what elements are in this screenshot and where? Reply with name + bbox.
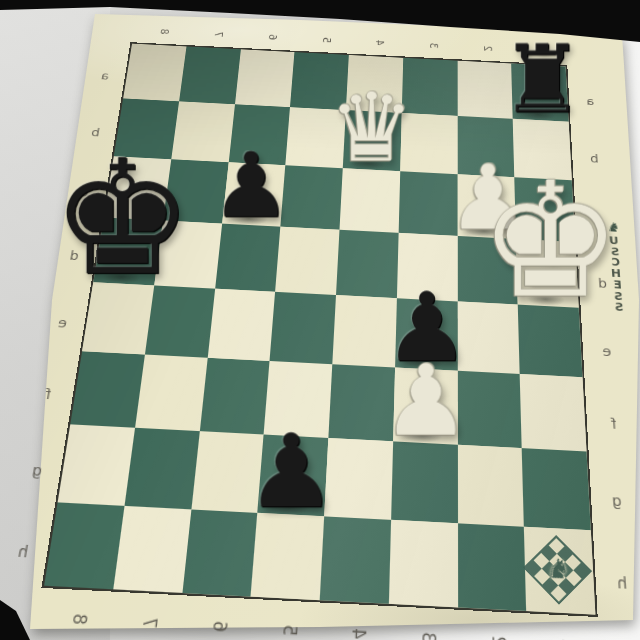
coordinate-glyph: c [80,185,90,199]
us-chess-knight-icon: ♞ [606,221,620,234]
num-bottom-label-3: 3 [423,627,434,640]
square-d7 [154,221,222,289]
coordinate-glyph: 7 [212,31,226,38]
coordinate-glyph: 3 [427,42,440,49]
num-bottom-label-8: 8 [72,608,86,630]
square-f5 [264,361,332,438]
let-left-label-d: d [69,248,80,262]
square-h8 [44,502,124,589]
square-e1 [518,305,582,378]
square-e5 [270,292,336,364]
square-a6 [235,49,295,107]
square-g6 [191,431,264,513]
num-top-label-4: 4 [376,37,384,48]
square-h3 [389,520,458,608]
num-top-label-5: 5 [322,35,330,46]
square-c3 [398,171,457,236]
coordinate-glyph: 5 [319,37,333,44]
let-left-label-h: h [17,542,30,560]
square-g8 [58,424,135,506]
num-top-label-6: 6 [268,32,276,43]
coordinate-glyph: 8 [158,28,172,35]
us-chess-letter: U [609,235,620,246]
let-right-label-b: b [590,152,599,165]
num-bottom-label-4: 4 [352,623,364,640]
coordinate-glyph: a [586,95,595,107]
square-h4 [320,516,391,603]
square-f2 [457,371,522,448]
num-bottom-label-6: 6 [212,616,225,638]
num-top-label-1: 1 [538,46,546,57]
num-top-label-7: 7 [214,29,223,40]
square-a8 [123,44,186,102]
us-chess-side-text: USCHESS [609,235,624,313]
square-f6 [199,358,269,435]
square-f3: ♟ [393,368,458,445]
square-a1: ♜ [511,64,568,122]
piece-shadow [465,224,503,239]
square-b2 [457,116,514,177]
let-right-label-e: e [602,343,612,358]
square-f1 [520,374,587,451]
let-right-label-f: f [611,415,617,431]
square-d6 [215,224,281,292]
square-d1: ♚ [516,239,578,308]
square-d5 [275,227,339,295]
square-h2 [457,523,526,611]
piece-shadow [525,292,564,307]
let-right-label-c: c [595,212,603,226]
board-scene: ♜♛♟♟♚♚♟♟♟♞ ♞ USCHESS 8765432187654321abc… [0,0,640,640]
us-chess-letter: C [610,257,621,269]
coordinate-glyph: 1 [535,48,549,55]
coordinate-glyph: h [617,573,628,592]
coordinate-glyph: f [44,386,52,402]
let-left-label-b: b [90,126,100,139]
let-left-label-a: a [100,69,110,81]
coordinate-glyph: f [611,415,617,431]
square-h1: ♞ [524,527,595,615]
coordinate-glyph: 5 [278,624,299,636]
square-d4 [336,230,398,298]
us-chess-letter: H [611,268,622,280]
black-rook-a1: ♜ [500,41,584,116]
us-chess-letter: S [613,290,624,302]
coordinate-glyph: d [69,248,80,262]
let-left-label-f: f [44,386,52,402]
coordinate-glyph: g [611,491,622,508]
let-right-label-g: g [611,491,622,508]
square-g2 [457,445,524,527]
coordinate-glyph: a [100,69,110,81]
square-b1 [513,119,572,180]
square-g4 [324,438,393,520]
square-e2 [457,301,520,374]
us-chess-knight-diamond-logo-icon: ♞ [522,534,591,604]
piece-shadow [101,269,142,284]
square-b3 [400,113,457,174]
coordinate-glyph: c [595,212,603,226]
board-grid: ♜♛♟♟♚♚♟♟♟♞ [44,44,595,615]
square-e8 [82,282,154,354]
square-g1 [522,448,591,530]
coordinate-glyph: 4 [348,628,369,640]
square-g7 [124,428,199,510]
square-b8 [114,98,179,159]
us-chess-letter: E [612,279,623,291]
square-b4: ♛ [343,110,402,171]
square-c2: ♟ [457,174,516,239]
coordinate-glyph: 8 [68,613,90,625]
square-c7 [163,159,229,223]
coordinate-glyph: 4 [373,40,387,47]
num-top-label-2: 2 [484,43,492,54]
coordinate-glyph: e [57,315,68,330]
let-left-label-e: e [57,315,68,330]
square-b7 [171,101,234,162]
us-chess-branding: ♞ USCHESS [606,221,626,314]
square-c1 [515,177,576,242]
coordinate-glyph: 2 [481,45,494,52]
square-a3 [402,58,458,116]
num-bottom-label-7: 7 [142,612,155,634]
chess-board: ♜♛♟♟♚♚♟♟♟♞ ♞ USCHESS 8765432187654321abc… [44,44,595,615]
coordinate-glyph: h [17,542,30,560]
square-d8: ♚ [93,217,162,285]
coordinate-glyph: b [590,152,599,165]
square-h7 [113,506,191,593]
square-e6 [207,289,275,361]
square-g3 [391,441,458,523]
square-e7 [145,285,215,357]
let-right-label-a: a [586,95,595,107]
num-top-label-8: 8 [160,26,169,37]
square-b5 [286,107,346,168]
square-g5: ♟ [258,434,329,516]
square-d2 [457,236,518,305]
let-right-label-d: d [598,276,608,291]
coordinate-glyph: b [90,126,100,139]
coordinate-glyph: 3 [418,631,439,640]
square-a5 [290,52,349,110]
square-c6: ♟ [222,162,286,226]
let-right-label-h: h [617,573,628,592]
square-e3: ♟ [395,298,458,371]
us-chess-letter: S [609,246,620,257]
square-e4 [332,295,396,368]
square-a2 [457,61,513,119]
square-b6 [228,104,290,165]
let-left-label-c: c [80,185,90,199]
square-c4 [339,168,400,233]
num-top-label-3: 3 [430,40,437,51]
square-f7 [135,354,207,431]
square-h6 [182,509,258,596]
coordinate-glyph: 6 [208,620,230,632]
square-f4 [328,364,394,441]
square-c8 [104,156,171,220]
piece-shadow [403,354,443,370]
num-bottom-label-1: 1 [562,634,574,640]
coordinate-glyph: e [602,343,612,358]
us-chess-letter: S [613,302,624,314]
coordinate-glyph: d [598,276,608,291]
coordinate-glyph: 2 [487,635,508,640]
coordinate-glyph: 6 [266,34,280,41]
coordinate-glyph: 7 [138,617,160,629]
square-f8 [70,351,144,428]
let-left-label-g: g [31,461,44,478]
coordinate-glyph: g [31,461,44,478]
square-a4 [346,55,403,113]
square-d3 [397,233,458,301]
num-bottom-label-2: 2 [492,630,503,640]
square-c5 [281,165,343,230]
square-a7 [179,47,241,105]
num-bottom-label-5: 5 [282,619,294,640]
square-h5 [251,513,324,600]
knight-logo-glyph: ♞ [545,552,570,585]
